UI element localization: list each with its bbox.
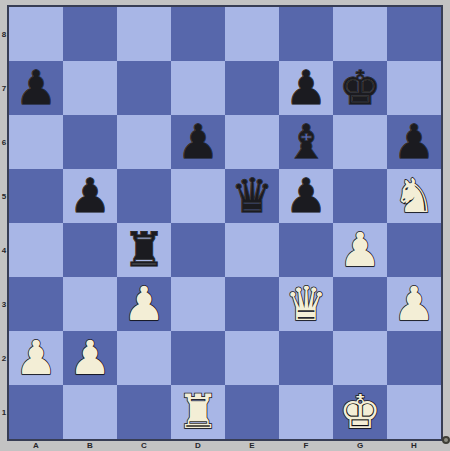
rank-label-7: 7 xyxy=(0,61,8,115)
square-b7[interactable] xyxy=(63,61,117,115)
rank-label-1: 1 xyxy=(0,385,8,439)
file-label-d: D xyxy=(171,441,225,451)
square-d5[interactable] xyxy=(171,169,225,223)
square-d4[interactable] xyxy=(171,223,225,277)
rank-labels: 87654321 xyxy=(0,7,8,439)
file-label-g: G xyxy=(333,441,387,451)
square-b2[interactable]: ♟ xyxy=(63,331,117,385)
square-c3[interactable]: ♟ xyxy=(117,277,171,331)
white-pawn[interactable]: ♟ xyxy=(69,331,111,385)
white-pawn[interactable]: ♟ xyxy=(15,331,57,385)
board-grid: ♟♟♚♟♝♟♟♛♟♞♜♟♟♛♟♟♟♜♚ xyxy=(9,7,441,439)
white-knight[interactable]: ♞ xyxy=(393,169,435,223)
square-f1[interactable] xyxy=(279,385,333,439)
file-label-b: B xyxy=(63,441,117,451)
black-pawn[interactable]: ♟ xyxy=(393,115,435,169)
black-pawn[interactable]: ♟ xyxy=(177,115,219,169)
square-d6[interactable]: ♟ xyxy=(171,115,225,169)
square-c2[interactable] xyxy=(117,331,171,385)
white-king[interactable]: ♚ xyxy=(339,385,381,439)
white-pawn[interactable]: ♟ xyxy=(123,277,165,331)
square-b1[interactable] xyxy=(63,385,117,439)
square-c5[interactable] xyxy=(117,169,171,223)
square-g2[interactable] xyxy=(333,331,387,385)
square-c6[interactable] xyxy=(117,115,171,169)
square-c1[interactable] xyxy=(117,385,171,439)
square-h8[interactable] xyxy=(387,7,441,61)
rank-label-6: 6 xyxy=(0,115,8,169)
square-e4[interactable] xyxy=(225,223,279,277)
square-h6[interactable]: ♟ xyxy=(387,115,441,169)
square-c4[interactable]: ♜ xyxy=(117,223,171,277)
square-h1[interactable] xyxy=(387,385,441,439)
square-c7[interactable] xyxy=(117,61,171,115)
rank-label-3: 3 xyxy=(0,277,8,331)
square-h7[interactable] xyxy=(387,61,441,115)
square-a2[interactable]: ♟ xyxy=(9,331,63,385)
square-f3[interactable]: ♛ xyxy=(279,277,333,331)
square-d2[interactable] xyxy=(171,331,225,385)
square-f7[interactable]: ♟ xyxy=(279,61,333,115)
file-label-e: E xyxy=(225,441,279,451)
square-h3[interactable]: ♟ xyxy=(387,277,441,331)
square-f6[interactable]: ♝ xyxy=(279,115,333,169)
square-g7[interactable]: ♚ xyxy=(333,61,387,115)
square-a8[interactable] xyxy=(9,7,63,61)
square-b6[interactable] xyxy=(63,115,117,169)
square-f8[interactable] xyxy=(279,7,333,61)
rank-label-4: 4 xyxy=(0,223,8,277)
file-labels: ABCDEFGH xyxy=(9,441,441,451)
square-c8[interactable] xyxy=(117,7,171,61)
black-pawn[interactable]: ♟ xyxy=(285,169,327,223)
white-rook[interactable]: ♜ xyxy=(177,385,219,439)
square-a3[interactable] xyxy=(9,277,63,331)
black-pawn[interactable]: ♟ xyxy=(15,61,57,115)
rank-label-8: 8 xyxy=(0,7,8,61)
file-label-h: H xyxy=(387,441,441,451)
file-label-f: F xyxy=(279,441,333,451)
black-bishop[interactable]: ♝ xyxy=(285,115,327,169)
square-b4[interactable] xyxy=(63,223,117,277)
square-b3[interactable] xyxy=(63,277,117,331)
square-g6[interactable] xyxy=(333,115,387,169)
white-pawn[interactable]: ♟ xyxy=(339,223,381,277)
square-d8[interactable] xyxy=(171,7,225,61)
rank-label-2: 2 xyxy=(0,331,8,385)
square-a4[interactable] xyxy=(9,223,63,277)
black-king[interactable]: ♚ xyxy=(339,61,381,115)
square-g5[interactable] xyxy=(333,169,387,223)
square-a5[interactable] xyxy=(9,169,63,223)
square-h5[interactable]: ♞ xyxy=(387,169,441,223)
square-h4[interactable] xyxy=(387,223,441,277)
square-e6[interactable] xyxy=(225,115,279,169)
square-d1[interactable]: ♜ xyxy=(171,385,225,439)
square-g4[interactable]: ♟ xyxy=(333,223,387,277)
black-queen[interactable]: ♛ xyxy=(231,169,273,223)
square-a6[interactable] xyxy=(9,115,63,169)
square-e1[interactable] xyxy=(225,385,279,439)
square-e8[interactable] xyxy=(225,7,279,61)
square-f5[interactable]: ♟ xyxy=(279,169,333,223)
file-label-c: C xyxy=(117,441,171,451)
black-pawn[interactable]: ♟ xyxy=(285,61,327,115)
rank-label-5: 5 xyxy=(0,169,8,223)
square-g3[interactable] xyxy=(333,277,387,331)
square-b8[interactable] xyxy=(63,7,117,61)
chess-board: ♟♟♚♟♝♟♟♛♟♞♜♟♟♛♟♟♟♜♚ xyxy=(7,5,443,441)
square-a1[interactable] xyxy=(9,385,63,439)
square-e7[interactable] xyxy=(225,61,279,115)
square-f4[interactable] xyxy=(279,223,333,277)
square-g1[interactable]: ♚ xyxy=(333,385,387,439)
square-h2[interactable] xyxy=(387,331,441,385)
file-label-a: A xyxy=(9,441,63,451)
square-a7[interactable]: ♟ xyxy=(9,61,63,115)
black-pawn[interactable]: ♟ xyxy=(69,169,111,223)
logo-dot-icon xyxy=(442,436,450,444)
square-d3[interactable] xyxy=(171,277,225,331)
square-b5[interactable]: ♟ xyxy=(63,169,117,223)
white-pawn[interactable]: ♟ xyxy=(393,277,435,331)
square-f2[interactable] xyxy=(279,331,333,385)
square-e5[interactable]: ♛ xyxy=(225,169,279,223)
square-e3[interactable] xyxy=(225,277,279,331)
square-g8[interactable] xyxy=(333,7,387,61)
square-d7[interactable] xyxy=(171,61,225,115)
black-rook[interactable]: ♜ xyxy=(123,223,165,277)
square-e2[interactable] xyxy=(225,331,279,385)
white-queen[interactable]: ♛ xyxy=(285,277,327,331)
